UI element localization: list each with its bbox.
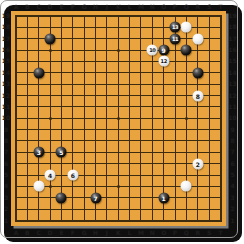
col-label-top-E: E [59, 4, 63, 10]
row-label-right-13: 13 [228, 81, 236, 87]
stone-black-R14[interactable] [192, 67, 203, 78]
stone-black-E3[interactable] [56, 192, 67, 203]
col-label-top-O: O [161, 4, 166, 10]
move-number-11: 11 [172, 33, 178, 44]
row-label-left-11: 11 [2, 104, 10, 110]
col-label-top-R: R [195, 4, 200, 10]
row-label-left-6: 6 [4, 161, 8, 167]
row-label-left-9: 9 [4, 127, 8, 133]
move-number-3: 3 [37, 147, 41, 158]
star-point [49, 185, 52, 188]
stone-black-P18[interactable]: 13 [170, 22, 181, 33]
move-number-5: 5 [59, 147, 63, 158]
row-label-left-8: 8 [4, 138, 8, 144]
stone-black-O16[interactable]: 9 [158, 45, 169, 56]
stone-white-R12[interactable]: 8 [192, 90, 203, 101]
row-label-right-8: 8 [230, 138, 234, 144]
move-number-9: 9 [162, 45, 166, 56]
star-point [117, 49, 120, 52]
col-label-bottom-A: A [14, 230, 19, 236]
col-label-bottom-F: F [71, 230, 75, 236]
col-label-top-A: A [14, 4, 19, 10]
row-label-right-9: 9 [230, 127, 234, 133]
row-label-right-10: 10 [228, 115, 236, 121]
col-label-top-B: B [25, 4, 30, 10]
star-point [49, 49, 52, 52]
col-label-top-Q: Q [184, 4, 189, 10]
col-label-bottom-O: O [161, 230, 166, 236]
col-label-bottom-H: H [93, 230, 98, 236]
col-label-top-D: D [48, 4, 53, 10]
row-label-right-3: 3 [230, 195, 234, 201]
col-label-top-H: H [93, 4, 98, 10]
move-number-12: 12 [161, 56, 167, 67]
stone-black-P17[interactable]: 11 [170, 33, 181, 44]
row-label-right-2: 2 [230, 206, 234, 212]
stone-black-H3[interactable]: 7 [90, 192, 101, 203]
move-number-13: 13 [172, 22, 178, 33]
row-label-right-6: 6 [230, 161, 234, 167]
col-label-top-J: J [106, 4, 108, 10]
stone-white-Q18[interactable] [181, 22, 192, 33]
stone-white-Q4[interactable] [181, 181, 192, 192]
col-label-bottom-T: T [218, 230, 222, 236]
move-number-6: 6 [71, 170, 75, 181]
stone-black-E7[interactable]: 5 [56, 147, 67, 158]
stone-black-O3[interactable]: 1 [158, 192, 169, 203]
row-label-right-17: 17 [228, 36, 236, 42]
col-label-bottom-Q: Q [184, 230, 189, 236]
stone-white-R17[interactable] [192, 33, 203, 44]
star-point [117, 117, 120, 120]
col-label-top-S: S [207, 4, 211, 10]
col-label-top-C: C [37, 4, 41, 10]
go-diagram: AABBCCDDEEFFGGHHJJKKLLMMNNOOPPQQRRSSTT19… [0, 0, 244, 244]
stone-white-R6[interactable]: 2 [192, 158, 203, 169]
star-point [117, 185, 120, 188]
row-label-left-5: 5 [4, 172, 8, 178]
row-label-left-2: 2 [4, 206, 8, 212]
row-label-right-5: 5 [230, 172, 234, 178]
move-number-10: 10 [149, 45, 155, 56]
stone-white-C4[interactable] [33, 181, 44, 192]
col-label-top-L: L [128, 4, 132, 10]
col-label-bottom-R: R [195, 230, 200, 236]
row-label-right-16: 16 [228, 47, 236, 53]
col-label-top-G: G [82, 4, 87, 10]
row-label-right-15: 15 [228, 58, 236, 64]
col-label-bottom-N: N [150, 230, 155, 236]
move-number-1: 1 [162, 192, 166, 203]
col-label-bottom-C: C [37, 230, 41, 236]
row-label-left-14: 14 [2, 70, 10, 76]
row-label-right-12: 12 [228, 93, 236, 99]
col-label-top-F: F [71, 4, 75, 10]
col-label-bottom-B: B [25, 230, 30, 236]
star-point [185, 117, 188, 120]
stone-black-C14[interactable] [33, 67, 44, 78]
row-label-left-15: 15 [2, 58, 10, 64]
stone-black-C7[interactable]: 3 [33, 147, 44, 158]
row-label-right-14: 14 [228, 70, 236, 76]
row-label-left-1: 1 [4, 218, 8, 224]
row-label-right-1: 1 [230, 218, 234, 224]
row-label-left-16: 16 [2, 47, 10, 53]
star-point [49, 117, 52, 120]
row-label-left-18: 18 [2, 24, 10, 30]
stone-white-N16[interactable]: 10 [147, 45, 158, 56]
col-label-top-K: K [116, 4, 121, 10]
row-label-left-10: 10 [2, 115, 10, 121]
row-label-right-18: 18 [228, 24, 236, 30]
stone-white-F5[interactable]: 6 [67, 170, 78, 181]
row-label-left-7: 7 [4, 149, 8, 155]
row-label-left-12: 12 [2, 93, 10, 99]
go-board[interactable]: AABBCCDDEEFFGGHHJJKKLLMMNNOOPPQQRRSSTT19… [0, 0, 244, 244]
row-label-left-3: 3 [4, 195, 8, 201]
col-label-bottom-G: G [82, 230, 87, 236]
row-label-left-13: 13 [2, 81, 10, 87]
col-label-top-P: P [173, 4, 177, 10]
row-label-right-19: 19 [228, 13, 236, 19]
row-label-left-19: 19 [2, 13, 10, 19]
move-number-8: 8 [196, 90, 200, 101]
col-label-bottom-M: M [138, 230, 144, 236]
move-number-7: 7 [93, 192, 97, 203]
col-label-bottom-E: E [59, 230, 63, 236]
row-label-right-11: 11 [228, 104, 236, 110]
row-label-right-7: 7 [230, 149, 234, 155]
col-label-top-T: T [218, 4, 222, 10]
col-label-top-N: N [150, 4, 155, 10]
move-number-4: 4 [48, 170, 52, 181]
col-label-top-M: M [138, 4, 144, 10]
stone-black-D17[interactable] [45, 33, 56, 44]
move-number-2: 2 [196, 158, 200, 169]
col-label-bottom-S: S [207, 230, 211, 236]
stone-white-D5[interactable]: 4 [45, 170, 56, 181]
col-label-bottom-L: L [128, 230, 132, 236]
col-label-bottom-K: K [116, 230, 121, 236]
stone-black-Q16[interactable] [181, 45, 192, 56]
row-label-right-4: 4 [230, 183, 234, 189]
row-label-left-17: 17 [2, 36, 10, 42]
stone-white-O15[interactable]: 12 [158, 56, 169, 67]
row-label-left-4: 4 [4, 183, 8, 189]
col-label-bottom-D: D [48, 230, 53, 236]
col-label-bottom-J: J [106, 230, 108, 236]
col-label-bottom-P: P [173, 230, 177, 236]
